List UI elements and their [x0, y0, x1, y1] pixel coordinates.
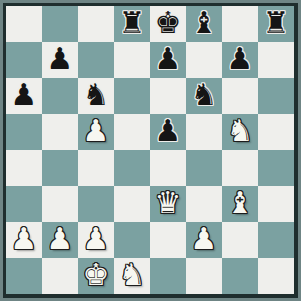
square-d7[interactable] — [114, 42, 150, 78]
white-queen: ♛ — [155, 185, 182, 221]
square-g4[interactable] — [222, 150, 258, 186]
square-c5[interactable]: ♟ — [78, 114, 114, 150]
square-c6[interactable]: ♞ — [78, 78, 114, 114]
square-e7[interactable]: ♟ — [150, 42, 186, 78]
square-b4[interactable] — [42, 150, 78, 186]
square-h8[interactable]: ♜ — [258, 6, 294, 42]
black-pawn: ♟ — [11, 77, 38, 113]
square-b1[interactable] — [42, 258, 78, 294]
square-f1[interactable] — [186, 258, 222, 294]
square-f2[interactable]: ♟ — [186, 222, 222, 258]
square-e8[interactable]: ♚ — [150, 6, 186, 42]
square-e4[interactable] — [150, 150, 186, 186]
square-d3[interactable] — [114, 186, 150, 222]
square-g2[interactable] — [222, 222, 258, 258]
white-king: ♚ — [83, 257, 110, 293]
black-pawn: ♟ — [47, 41, 74, 77]
square-f7[interactable] — [186, 42, 222, 78]
square-f4[interactable] — [186, 150, 222, 186]
square-g6[interactable] — [222, 78, 258, 114]
square-a6[interactable]: ♟ — [6, 78, 42, 114]
white-knight: ♞ — [227, 113, 254, 149]
square-e5[interactable]: ♟ — [150, 114, 186, 150]
square-f6[interactable]: ♞ — [186, 78, 222, 114]
chess-board-border: ♜♚♝♜♟♟♟♟♞♞♟♟♞♛♝♟♟♟♟♚♞ — [3, 3, 298, 298]
black-pawn: ♟ — [155, 41, 182, 77]
chess-board-frame: ♜♚♝♜♟♟♟♟♞♞♟♟♞♛♝♟♟♟♟♚♞ — [0, 0, 301, 301]
square-c8[interactable] — [78, 6, 114, 42]
square-a3[interactable] — [6, 186, 42, 222]
square-g7[interactable]: ♟ — [222, 42, 258, 78]
square-b8[interactable] — [42, 6, 78, 42]
square-g3[interactable]: ♝ — [222, 186, 258, 222]
square-a2[interactable]: ♟ — [6, 222, 42, 258]
square-b5[interactable] — [42, 114, 78, 150]
square-d5[interactable] — [114, 114, 150, 150]
square-a1[interactable] — [6, 258, 42, 294]
square-b7[interactable]: ♟ — [42, 42, 78, 78]
white-knight: ♞ — [119, 257, 146, 293]
chess-board: ♜♚♝♜♟♟♟♟♞♞♟♟♞♛♝♟♟♟♟♚♞ — [6, 6, 294, 294]
square-h3[interactable] — [258, 186, 294, 222]
black-knight: ♞ — [191, 77, 218, 113]
white-pawn: ♟ — [83, 221, 110, 257]
square-e2[interactable] — [150, 222, 186, 258]
square-d8[interactable]: ♜ — [114, 6, 150, 42]
square-g1[interactable] — [222, 258, 258, 294]
square-h1[interactable] — [258, 258, 294, 294]
square-d2[interactable] — [114, 222, 150, 258]
black-rook: ♜ — [119, 5, 146, 41]
black-pawn: ♟ — [155, 113, 182, 149]
square-d1[interactable]: ♞ — [114, 258, 150, 294]
black-pawn: ♟ — [227, 41, 254, 77]
square-c7[interactable] — [78, 42, 114, 78]
square-g5[interactable]: ♞ — [222, 114, 258, 150]
black-knight: ♞ — [83, 77, 110, 113]
square-b2[interactable]: ♟ — [42, 222, 78, 258]
black-rook: ♜ — [263, 5, 290, 41]
white-pawn: ♟ — [47, 221, 74, 257]
square-f8[interactable]: ♝ — [186, 6, 222, 42]
square-e1[interactable] — [150, 258, 186, 294]
white-pawn: ♟ — [191, 221, 218, 257]
black-bishop: ♝ — [191, 5, 218, 41]
square-e6[interactable] — [150, 78, 186, 114]
square-h4[interactable] — [258, 150, 294, 186]
black-king: ♚ — [155, 5, 182, 41]
white-bishop: ♝ — [227, 185, 254, 221]
white-pawn: ♟ — [11, 221, 38, 257]
square-h5[interactable] — [258, 114, 294, 150]
square-a7[interactable] — [6, 42, 42, 78]
square-c3[interactable] — [78, 186, 114, 222]
square-c1[interactable]: ♚ — [78, 258, 114, 294]
square-c2[interactable]: ♟ — [78, 222, 114, 258]
square-h7[interactable] — [258, 42, 294, 78]
square-b6[interactable] — [42, 78, 78, 114]
white-pawn: ♟ — [83, 113, 110, 149]
square-a4[interactable] — [6, 150, 42, 186]
square-h2[interactable] — [258, 222, 294, 258]
square-d6[interactable] — [114, 78, 150, 114]
square-g8[interactable] — [222, 6, 258, 42]
square-d4[interactable] — [114, 150, 150, 186]
square-h6[interactable] — [258, 78, 294, 114]
square-f5[interactable] — [186, 114, 222, 150]
square-e3[interactable]: ♛ — [150, 186, 186, 222]
square-a8[interactable] — [6, 6, 42, 42]
square-a5[interactable] — [6, 114, 42, 150]
square-f3[interactable] — [186, 186, 222, 222]
square-c4[interactable] — [78, 150, 114, 186]
square-b3[interactable] — [42, 186, 78, 222]
